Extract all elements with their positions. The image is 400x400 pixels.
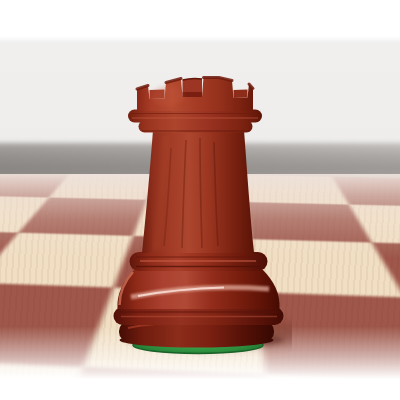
rook-crown: [137, 78, 253, 112]
rook-body: [142, 130, 254, 253]
rook-piece: [108, 58, 292, 358]
rook-crown-rings: [128, 110, 262, 133]
photo-caption: Glossy red padauk Staunton chess rook on…: [0, 0, 1, 1]
rook-base-ledge: [114, 307, 284, 325]
product-photo-stage: Glossy red padauk Staunton chess rook on…: [0, 0, 400, 400]
rook-collar-bead: [130, 252, 268, 271]
rook-base-bell: [117, 270, 279, 309]
